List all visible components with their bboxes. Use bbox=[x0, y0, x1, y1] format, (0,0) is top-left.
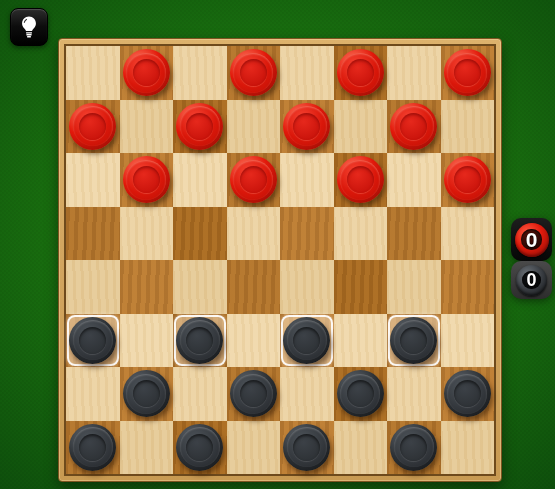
square-r6c7[interactable] bbox=[387, 314, 441, 368]
red-checker[interactable] bbox=[230, 156, 277, 203]
red-captured-counter: 0 bbox=[511, 218, 552, 261]
square-r2c6 bbox=[334, 100, 388, 154]
square-r7c4[interactable] bbox=[227, 367, 281, 421]
square-r2c5[interactable] bbox=[280, 100, 334, 154]
square-r6c4 bbox=[227, 314, 281, 368]
square-r3c5 bbox=[280, 153, 334, 207]
black-checker[interactable] bbox=[230, 370, 277, 417]
square-r2c2 bbox=[120, 100, 174, 154]
square-r1c3 bbox=[173, 46, 227, 100]
square-r4c7[interactable] bbox=[387, 207, 441, 261]
red-checker-icon: 0 bbox=[515, 223, 549, 257]
red-checker[interactable] bbox=[337, 156, 384, 203]
red-captured-count: 0 bbox=[526, 228, 538, 252]
square-r1c8[interactable] bbox=[441, 46, 495, 100]
square-r4c1[interactable] bbox=[66, 207, 120, 261]
black-captured-count: 0 bbox=[526, 270, 536, 291]
square-r1c4[interactable] bbox=[227, 46, 281, 100]
captured-score-panel: 0 0 bbox=[511, 218, 552, 299]
square-r1c5 bbox=[280, 46, 334, 100]
square-r3c2[interactable] bbox=[120, 153, 174, 207]
square-r6c3[interactable] bbox=[173, 314, 227, 368]
square-r2c3[interactable] bbox=[173, 100, 227, 154]
square-r6c1[interactable] bbox=[66, 314, 120, 368]
red-checker[interactable] bbox=[337, 49, 384, 96]
red-checker[interactable] bbox=[444, 49, 491, 96]
square-r1c2[interactable] bbox=[120, 46, 174, 100]
red-checker[interactable] bbox=[176, 103, 223, 150]
square-r8c4 bbox=[227, 421, 281, 475]
square-r3c1 bbox=[66, 153, 120, 207]
black-checker[interactable] bbox=[337, 370, 384, 417]
black-checker-icon: 0 bbox=[516, 265, 547, 296]
board-grid bbox=[64, 44, 496, 476]
square-r4c5[interactable] bbox=[280, 207, 334, 261]
game-background: 0 0 bbox=[0, 0, 555, 489]
square-r5c3 bbox=[173, 260, 227, 314]
square-r3c3 bbox=[173, 153, 227, 207]
square-r5c6[interactable] bbox=[334, 260, 388, 314]
black-checker[interactable] bbox=[123, 370, 170, 417]
black-captured-counter: 0 bbox=[511, 261, 552, 299]
red-checker[interactable] bbox=[444, 156, 491, 203]
red-checker[interactable] bbox=[123, 49, 170, 96]
red-checker[interactable] bbox=[283, 103, 330, 150]
black-checker[interactable] bbox=[69, 317, 116, 364]
square-r2c7[interactable] bbox=[387, 100, 441, 154]
square-r5c7 bbox=[387, 260, 441, 314]
square-r4c8 bbox=[441, 207, 495, 261]
square-r8c8 bbox=[441, 421, 495, 475]
red-checker[interactable] bbox=[230, 49, 277, 96]
square-r8c2 bbox=[120, 421, 174, 475]
square-r4c6 bbox=[334, 207, 388, 261]
square-r7c2[interactable] bbox=[120, 367, 174, 421]
square-r3c6[interactable] bbox=[334, 153, 388, 207]
square-r5c1 bbox=[66, 260, 120, 314]
square-r7c7 bbox=[387, 367, 441, 421]
square-r7c5 bbox=[280, 367, 334, 421]
square-r4c2 bbox=[120, 207, 174, 261]
square-r7c8[interactable] bbox=[441, 367, 495, 421]
black-checker[interactable] bbox=[390, 424, 437, 471]
black-checker[interactable] bbox=[390, 317, 437, 364]
square-r6c8 bbox=[441, 314, 495, 368]
hint-button[interactable] bbox=[10, 8, 48, 46]
square-r5c5 bbox=[280, 260, 334, 314]
square-r8c5[interactable] bbox=[280, 421, 334, 475]
square-r7c3 bbox=[173, 367, 227, 421]
square-r8c6 bbox=[334, 421, 388, 475]
square-r1c7 bbox=[387, 46, 441, 100]
black-checker[interactable] bbox=[283, 317, 330, 364]
square-r2c1[interactable] bbox=[66, 100, 120, 154]
square-r6c6 bbox=[334, 314, 388, 368]
lightbulb-icon bbox=[16, 14, 42, 40]
square-r7c6[interactable] bbox=[334, 367, 388, 421]
square-r3c7 bbox=[387, 153, 441, 207]
black-checker[interactable] bbox=[444, 370, 491, 417]
square-r6c5[interactable] bbox=[280, 314, 334, 368]
square-r2c4 bbox=[227, 100, 281, 154]
square-r4c3[interactable] bbox=[173, 207, 227, 261]
square-r3c4[interactable] bbox=[227, 153, 281, 207]
black-checker[interactable] bbox=[176, 317, 223, 364]
square-r8c3[interactable] bbox=[173, 421, 227, 475]
square-r6c2 bbox=[120, 314, 174, 368]
red-checker[interactable] bbox=[390, 103, 437, 150]
square-r3c8[interactable] bbox=[441, 153, 495, 207]
square-r5c4[interactable] bbox=[227, 260, 281, 314]
square-r8c1[interactable] bbox=[66, 421, 120, 475]
black-checker[interactable] bbox=[176, 424, 223, 471]
square-r5c8[interactable] bbox=[441, 260, 495, 314]
square-r1c6[interactable] bbox=[334, 46, 388, 100]
red-checker[interactable] bbox=[69, 103, 116, 150]
square-r7c1 bbox=[66, 367, 120, 421]
square-r8c7[interactable] bbox=[387, 421, 441, 475]
square-r5c2[interactable] bbox=[120, 260, 174, 314]
black-checker[interactable] bbox=[69, 424, 116, 471]
square-r1c1 bbox=[66, 46, 120, 100]
red-checker[interactable] bbox=[123, 156, 170, 203]
square-r2c8 bbox=[441, 100, 495, 154]
checkers-board bbox=[58, 38, 502, 482]
black-checker[interactable] bbox=[283, 424, 330, 471]
square-r4c4 bbox=[227, 207, 281, 261]
